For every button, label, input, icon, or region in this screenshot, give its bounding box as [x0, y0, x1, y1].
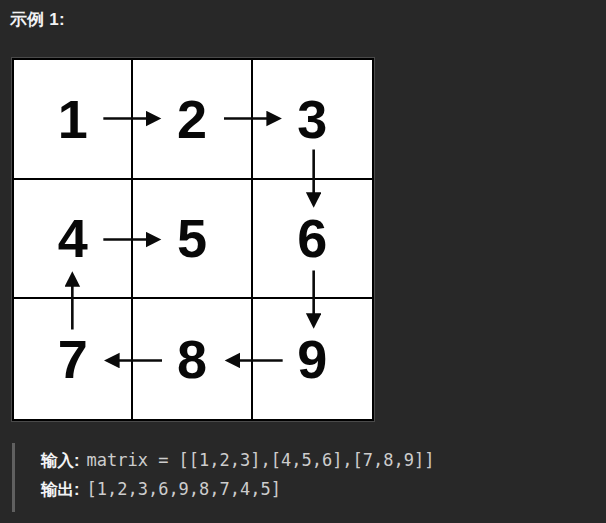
output-line: 输出:[1,2,3,6,9,8,7,4,5] [41, 475, 435, 504]
output-value: [1,2,3,6,9,8,7,4,5] [87, 479, 281, 499]
matrix-cell-r0c1: 2 [133, 60, 252, 180]
input-label: 输入: [41, 451, 80, 469]
matrix-cell-r1c0: 4 [14, 180, 133, 300]
matrix-cell-r0c2: 3 [253, 60, 372, 180]
matrix-cell-r1c2: 6 [253, 180, 372, 300]
matrix-cell-r0c0: 1 [14, 60, 133, 180]
matrix-figure: 1 2 3 4 5 6 7 8 9 [12, 58, 374, 421]
matrix-cell-r2c0: 7 [14, 299, 133, 419]
matrix-grid: 1 2 3 4 5 6 7 8 9 [12, 58, 374, 421]
example-title: 示例 1: [10, 8, 65, 31]
input-line: 输入:matrix = [[1,2,3],[4,5,6],[7,8,9]] [41, 446, 435, 475]
matrix-cell-r2c2: 9 [253, 299, 372, 419]
matrix-cell-r1c1: 5 [133, 180, 252, 300]
matrix-cell-r2c1: 8 [133, 299, 252, 419]
example-io-block: 输入:matrix = [[1,2,3],[4,5,6],[7,8,9]] 输出… [12, 443, 435, 512]
output-label: 输出: [41, 480, 80, 498]
input-value: matrix = [[1,2,3],[4,5,6],[7,8,9]] [87, 450, 435, 470]
